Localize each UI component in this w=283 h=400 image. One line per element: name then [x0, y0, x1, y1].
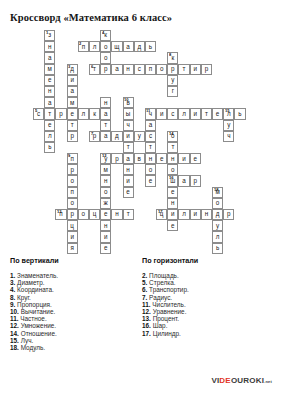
- clue-text: Знаменатель.: [15, 272, 58, 279]
- cell-letter: н: [149, 156, 152, 162]
- cell-letter: о: [149, 167, 153, 173]
- clue-number: 10.: [10, 308, 19, 315]
- cell-letter: ч: [126, 122, 129, 128]
- crossword-cell: и: [156, 108, 167, 119]
- crossword-cell: ы: [123, 108, 134, 119]
- crossword-cell: а: [123, 153, 134, 164]
- cell-letter: и: [126, 178, 130, 184]
- clue-item: 6. Транспортир.: [142, 286, 267, 293]
- crossword-cell: л: [78, 108, 89, 119]
- crossword-cell: н: [100, 175, 111, 186]
- logo-text: DE: [219, 376, 231, 385]
- cell-letter: и: [193, 66, 197, 72]
- crossword-cell: р7: [89, 131, 100, 142]
- cell-letter: а: [149, 122, 153, 128]
- crossword-cell: а: [44, 97, 55, 108]
- crossword-cell: н: [100, 97, 111, 108]
- cell-letter: р: [70, 167, 74, 173]
- cell-letter: ь: [216, 245, 219, 251]
- clue-text: Координата.: [15, 286, 53, 293]
- clue-number: 13.: [142, 315, 151, 322]
- cell-letter: е: [193, 156, 197, 162]
- crossword-cell: к: [89, 108, 100, 119]
- cell-letter: а: [126, 156, 130, 162]
- crossword-cell: р: [67, 164, 78, 175]
- cell-letter: а: [48, 100, 52, 106]
- cell-number: 7: [91, 132, 93, 136]
- cell-letter: г: [172, 88, 174, 94]
- crossword-cell: р: [67, 209, 78, 220]
- cell-letter: е: [104, 245, 108, 251]
- videouroki-logo: VIDEOUROKI.net: [211, 376, 272, 385]
- crossword-cell: т: [145, 142, 156, 153]
- clue-text: Уравнение.: [151, 308, 187, 315]
- crossword-cell: к4: [100, 30, 111, 41]
- cell-letter: а: [104, 133, 108, 139]
- cell-letter: о: [104, 189, 108, 195]
- crossword-cell: н: [145, 153, 156, 164]
- cell-letter: п: [70, 156, 73, 162]
- cell-number: 3: [68, 65, 70, 69]
- crossword-cell: с: [167, 108, 178, 119]
- crossword-cell: ц: [89, 209, 100, 220]
- clue-item: 17. Цилиндр.: [142, 330, 267, 337]
- cell-letter: т: [71, 122, 74, 128]
- cell-letter: н: [104, 100, 107, 106]
- crossword-cell: и: [190, 64, 201, 75]
- cell-letter: с: [171, 111, 174, 117]
- cell-letter: л: [48, 133, 52, 139]
- crossword-cell: а: [67, 86, 78, 97]
- clue-item: 10. Вычитание.: [10, 308, 135, 315]
- cell-letter: п: [70, 189, 73, 195]
- crossword-cell: а: [100, 108, 111, 119]
- cell-letter: а: [126, 44, 130, 50]
- crossword-cell: а: [145, 120, 156, 131]
- crossword-cell: д: [212, 209, 223, 220]
- cell-letter: е: [216, 111, 220, 117]
- crossword-cell: р: [167, 64, 178, 75]
- cell-letter: с: [149, 133, 152, 139]
- crossword-cell: л: [178, 108, 189, 119]
- crossword-cell: и: [100, 231, 111, 242]
- crossword-cell: ш16: [167, 175, 178, 186]
- cell-letter: н: [48, 88, 51, 94]
- crossword-cell: н: [123, 64, 134, 75]
- cell-letter: р: [70, 211, 74, 217]
- cell-letter: п: [82, 44, 85, 50]
- clue-item: 8. Круг.: [10, 294, 135, 301]
- crossword-cell: о: [100, 52, 111, 63]
- crossword-cell: ч: [123, 120, 134, 131]
- crossword-cell: а: [178, 175, 189, 186]
- cell-letter: в: [138, 156, 141, 162]
- cell-letter: р: [115, 156, 119, 162]
- crossword-cell: т: [123, 209, 134, 220]
- cell-number: 1: [46, 31, 48, 35]
- clue-item: 7. Радиус.: [142, 294, 267, 301]
- crossword-cell: а: [111, 64, 122, 75]
- cell-letter: к: [93, 111, 96, 117]
- cell-number: 14: [169, 132, 174, 136]
- cell-letter: а: [48, 55, 52, 61]
- crossword-cell: ь: [212, 243, 223, 254]
- crossword-cell: л: [178, 209, 189, 220]
- clue-number: 11.: [10, 315, 19, 322]
- crossword-cell: н: [201, 209, 212, 220]
- crossword-cell: ж: [100, 198, 111, 209]
- clue-item: 3. Диаметр.: [10, 279, 135, 286]
- cell-letter: р: [205, 66, 209, 72]
- cell-letter: н: [104, 178, 107, 184]
- clue-number: 12.: [142, 308, 151, 315]
- crossword-cell: л: [44, 131, 55, 142]
- cell-letter: р: [193, 178, 197, 184]
- clue-item: 12. Умножение.: [10, 322, 135, 329]
- crossword-cell: ь: [145, 41, 156, 52]
- crossword-cell: е: [100, 209, 111, 220]
- cell-letter: л: [182, 111, 186, 117]
- clue-text: Круг.: [15, 294, 31, 301]
- crossword-cell: е: [156, 153, 167, 164]
- cell-letter: а: [115, 66, 119, 72]
- cell-letter: е: [171, 223, 175, 229]
- crossword-cell: н: [123, 164, 134, 175]
- crossword-cell: е: [100, 243, 111, 254]
- crossword-cell: р: [100, 64, 111, 75]
- crossword-cell: а: [44, 52, 55, 63]
- cell-letter: н: [126, 66, 129, 72]
- crossword-cell: а: [100, 131, 111, 142]
- cell-letter: т: [93, 66, 96, 72]
- clues-down-section: По вертикали 1. Знаменатель.3. Диаметр.4…: [10, 256, 135, 351]
- cell-letter: о: [82, 211, 86, 217]
- cell-letter: е: [104, 211, 108, 217]
- clue-text: Шар.: [151, 322, 168, 329]
- crossword-cell: р: [67, 131, 78, 142]
- cell-letter: е: [48, 77, 52, 83]
- clue-item: 11. Частное.: [10, 315, 135, 322]
- cell-letter: д: [216, 211, 220, 217]
- cell-number: 18: [214, 188, 219, 192]
- cell-letter: и: [126, 133, 130, 139]
- crossword-cell: д: [134, 41, 145, 52]
- crossword-cell: с5: [33, 108, 44, 119]
- cell-letter: е: [48, 122, 52, 128]
- crossword-cell: т: [201, 108, 212, 119]
- cell-letter: л: [82, 111, 86, 117]
- clue-text: Умножение.: [19, 322, 56, 329]
- cell-number: 17: [158, 210, 163, 214]
- cell-letter: м: [48, 66, 52, 72]
- cell-letter: л: [182, 211, 186, 217]
- crossword-cell: д3: [67, 64, 78, 75]
- crossword-cell: о: [167, 164, 178, 175]
- cell-letter: у: [171, 77, 174, 83]
- cell-letter: р: [171, 66, 175, 72]
- cell-letter: ж: [104, 200, 108, 206]
- crossword-cell: о: [67, 175, 78, 186]
- cell-number: 4: [102, 31, 104, 35]
- cell-number: 5: [35, 109, 37, 113]
- cell-letter: д: [115, 133, 119, 139]
- cell-number: 12: [102, 154, 107, 158]
- cell-letter: а: [70, 88, 74, 94]
- crossword-cell: ц: [67, 220, 78, 231]
- clue-text: Площадь.: [147, 272, 178, 279]
- crossword-cell: е: [67, 108, 78, 119]
- crossword-grid: з1к4нп2лощадьаок8мд3т6ранспортиреиунагам…: [33, 30, 246, 254]
- cell-letter: ь: [238, 111, 241, 117]
- crossword-cell: и: [190, 108, 201, 119]
- crossword-cell: у: [212, 220, 223, 231]
- crossword-cell: п: [145, 64, 156, 75]
- cell-letter: у: [138, 133, 141, 139]
- cell-number: 11: [146, 109, 150, 113]
- crossword-cell: п2: [78, 41, 89, 52]
- clue-number: 11.: [142, 301, 151, 308]
- clue-text: Радиус.: [147, 294, 172, 301]
- clues-across-list: 2. Площадь.5. Стрелка.6. Транспортир.7. …: [142, 272, 267, 337]
- crossword-cell: о: [100, 187, 111, 198]
- crossword-cell: о: [145, 164, 156, 175]
- cell-letter: т: [149, 144, 152, 150]
- cell-letter: о: [104, 55, 108, 61]
- cell-letter: т: [183, 66, 186, 72]
- cell-letter: ц: [93, 211, 97, 217]
- cell-letter: м: [70, 100, 74, 106]
- crossword-cell: н: [167, 198, 178, 209]
- clues-down-list: 1. Знаменатель.3. Диаметр.4. Координата.…: [10, 272, 135, 351]
- crossword-cell: о: [156, 64, 167, 75]
- crossword-cell: р: [190, 175, 201, 186]
- crossword-cell: е: [212, 108, 223, 119]
- cell-letter: н: [104, 223, 107, 229]
- clue-number: 16.: [142, 322, 151, 329]
- crossword-cell: н: [111, 209, 122, 220]
- cell-letter: и: [193, 211, 197, 217]
- crossword-cell: г: [167, 86, 178, 97]
- cell-letter: щ: [114, 44, 119, 50]
- cell-letter: и: [171, 211, 175, 217]
- clue-item: 5. Стрелка.: [142, 279, 267, 286]
- cell-letter: ы: [126, 111, 131, 117]
- cell-letter: т: [127, 211, 130, 217]
- cell-letter: к: [171, 55, 174, 61]
- crossword-cell: т6: [89, 64, 100, 75]
- clues-across-section: По горизонтали 2. Площадь.5. Стрелка.6. …: [142, 256, 267, 337]
- crossword-cell: н: [44, 41, 55, 52]
- crossword-cell: ч: [223, 131, 234, 142]
- crossword-cell: т: [167, 142, 178, 153]
- clue-number: 18.: [10, 344, 19, 351]
- crossword-cell: и: [67, 75, 78, 86]
- cell-letter: н: [171, 156, 174, 162]
- cell-letter: н: [171, 200, 174, 206]
- crossword-cell: и: [123, 175, 134, 186]
- cell-letter: н: [115, 211, 118, 217]
- crossword-cell: м: [44, 64, 55, 75]
- cell-letter: у: [227, 122, 230, 128]
- crossword-cell: е: [44, 120, 55, 131]
- clue-number: 17.: [142, 330, 151, 337]
- clue-item: 1. Знаменатель.: [10, 272, 135, 279]
- cell-letter: л: [93, 44, 97, 50]
- cell-letter: ц: [70, 223, 74, 229]
- cell-letter: е: [70, 111, 74, 117]
- clue-item: 15. Луч.: [10, 337, 135, 344]
- crossword-cell: и: [178, 153, 189, 164]
- cell-letter: е: [160, 156, 164, 162]
- crossword-cell: ц17: [156, 209, 167, 220]
- cell-number: 16: [169, 176, 174, 180]
- cell-letter: и: [70, 234, 74, 240]
- crossword-cell: н: [44, 86, 55, 97]
- cell-letter: р: [227, 211, 231, 217]
- cell-letter: т: [127, 144, 130, 150]
- crossword-cell: с: [145, 131, 156, 142]
- crossword-cell: е: [44, 75, 55, 86]
- cell-letter: и: [160, 111, 164, 117]
- crossword-cell: с: [134, 64, 145, 75]
- crossword-cell: т: [123, 142, 134, 153]
- crossword-cell: е: [167, 187, 178, 198]
- cell-letter: с: [37, 111, 40, 117]
- page-title: Кроссворд «Математика 6 класс»: [10, 12, 172, 23]
- cell-letter: о: [70, 178, 74, 184]
- crossword-cell: н: [167, 153, 178, 164]
- crossword-cell: п9: [67, 153, 78, 164]
- clue-item: 4. Координата.: [10, 286, 135, 293]
- crossword-cell: и: [190, 209, 201, 220]
- cell-number: 8: [169, 53, 171, 57]
- cell-letter: з: [48, 32, 51, 38]
- clue-item: 2. Площадь.: [142, 272, 267, 279]
- cell-letter: р: [93, 133, 97, 139]
- crossword-cell: а: [123, 41, 134, 52]
- clues-across-heading: По горизонтали: [142, 256, 267, 265]
- crossword-cell: е: [167, 220, 178, 231]
- clue-text: Пропорция.: [15, 301, 52, 308]
- clue-number: 14.: [10, 330, 19, 337]
- crossword-cell: з1: [44, 30, 55, 41]
- crossword-cell: в: [134, 153, 145, 164]
- clues-down-heading: По вертикали: [10, 256, 135, 265]
- cell-letter: н: [126, 167, 129, 173]
- crossword-cell: р: [55, 108, 66, 119]
- clue-number: 12.: [10, 322, 19, 329]
- crossword-cell: и: [67, 231, 78, 242]
- crossword-cell: м: [100, 164, 111, 175]
- crossword-cell: я: [67, 243, 78, 254]
- clue-item: 9. Пропорция.: [10, 301, 135, 308]
- logo-text: OUROKI: [231, 376, 264, 385]
- cell-letter: е: [149, 178, 153, 184]
- cell-letter: ч: [227, 133, 230, 139]
- clue-text: Числитель.: [151, 301, 186, 308]
- cell-number: 13: [57, 210, 62, 214]
- worksheet-page: Кроссворд «Математика 6 класс» з1к4нп2ло…: [0, 0, 283, 400]
- cell-number: 2: [79, 42, 81, 46]
- crossword-cell: т: [44, 108, 55, 119]
- clue-item: 18. Модуль.: [10, 344, 135, 351]
- crossword-cell: ь: [234, 108, 245, 119]
- cell-letter: т: [205, 111, 208, 117]
- cell-letter: а: [104, 111, 108, 117]
- crossword-cell: и: [167, 209, 178, 220]
- cell-letter: т: [171, 144, 174, 150]
- cell-letter: я: [70, 245, 73, 251]
- clue-item: 11. Числитель.: [142, 301, 267, 308]
- crossword-cell: м: [67, 97, 78, 108]
- crossword-cell: п13: [55, 209, 66, 220]
- cell-letter: д: [137, 44, 141, 50]
- cell-letter: т: [104, 122, 107, 128]
- crossword-cell: р: [201, 64, 212, 75]
- cell-letter: с: [138, 66, 141, 72]
- clue-item: 13. Процент.: [142, 315, 267, 322]
- clue-text: Отношение.: [19, 330, 57, 337]
- crossword-cell: в10: [123, 97, 134, 108]
- crossword-cell: о: [100, 41, 111, 52]
- clue-text: Цилиндр.: [151, 330, 181, 337]
- cell-letter: р: [104, 66, 108, 72]
- cell-letter: ь: [48, 144, 51, 150]
- logo-text: .net: [264, 379, 272, 384]
- cell-letter: о: [216, 200, 220, 206]
- crossword-cell: о: [78, 209, 89, 220]
- cell-letter: ь: [149, 44, 152, 50]
- crossword-cell: о: [67, 198, 78, 209]
- crossword-cell: н: [100, 220, 111, 231]
- crossword-cell: щ: [111, 41, 122, 52]
- crossword-cell: т: [67, 120, 78, 131]
- cell-letter: р: [59, 111, 63, 117]
- clue-text: Вычитание.: [19, 308, 55, 315]
- cell-letter: у: [216, 223, 219, 229]
- crossword-cell: е: [123, 187, 134, 198]
- cell-letter: е: [126, 189, 130, 195]
- cell-letter: и: [182, 156, 186, 162]
- crossword-cell: р: [111, 153, 122, 164]
- clue-item: 14. Отношение.: [10, 330, 135, 337]
- clue-number: 15.: [10, 337, 19, 344]
- cell-number: 6: [91, 65, 93, 69]
- clue-text: Луч.: [19, 337, 33, 344]
- cell-letter: п: [149, 66, 152, 72]
- crossword-cell: е: [145, 175, 156, 186]
- cell-letter: р: [70, 133, 74, 139]
- crossword-cell: л: [89, 41, 100, 52]
- cell-letter: о: [160, 66, 164, 72]
- cell-letter: м: [104, 167, 108, 173]
- clue-text: Диаметр.: [15, 279, 44, 286]
- clue-text: Процент.: [151, 315, 179, 322]
- cell-letter: о: [171, 167, 175, 173]
- clue-text: Модуль.: [19, 344, 45, 351]
- crossword-cell: р: [223, 209, 234, 220]
- crossword-cell: к8: [167, 52, 178, 63]
- cell-letter: и: [193, 111, 197, 117]
- cell-letter: н: [48, 44, 51, 50]
- clue-text: Частное.: [19, 315, 47, 322]
- cell-letter: к: [104, 32, 107, 38]
- crossword-cell: л: [212, 231, 223, 242]
- cell-number: 9: [68, 154, 70, 158]
- crossword-cell: т: [100, 120, 111, 131]
- crossword-cell: о14: [167, 131, 178, 142]
- cell-letter: т: [48, 111, 51, 117]
